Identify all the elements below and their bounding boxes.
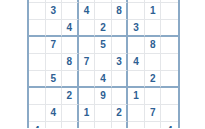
sudoku-cell-r7c1[interactable] xyxy=(29,88,46,105)
sudoku-cell-r7c2[interactable] xyxy=(46,88,63,105)
given-digit: 5 xyxy=(100,40,106,50)
sudoku-cell-r2c2[interactable]: 3 xyxy=(46,3,63,20)
sudoku-cell-r4c2[interactable]: 7 xyxy=(46,37,63,54)
given-digit: 1 xyxy=(133,91,139,101)
sudoku-cell-r6c8[interactable]: 2 xyxy=(145,71,162,88)
sudoku-cell-r5c5[interactable] xyxy=(95,54,112,71)
sudoku-cell-r6c7[interactable] xyxy=(128,71,145,88)
sudoku-cell-r7c7[interactable]: 1 xyxy=(128,88,145,105)
given-digit: 3 xyxy=(51,6,57,16)
sudoku-cell-r3c6[interactable] xyxy=(112,20,129,37)
sudoku-cell-r5c9[interactable] xyxy=(161,54,178,71)
sudoku-cell-r7c8[interactable] xyxy=(145,88,162,105)
sudoku-cell-r8c8[interactable]: 7 xyxy=(145,105,162,122)
sudoku-cell-r2c1[interactable] xyxy=(29,3,46,20)
sudoku-cell-r9c5[interactable] xyxy=(95,122,112,128)
given-digit: 4 xyxy=(51,108,57,118)
sudoku-cell-r5c1[interactable] xyxy=(29,54,46,71)
sudoku-cell-r4c5[interactable]: 5 xyxy=(95,37,112,54)
sudoku-cell-r9c6[interactable] xyxy=(112,122,129,128)
sudoku-cell-r9c2[interactable] xyxy=(46,122,63,128)
given-digit: 2 xyxy=(116,108,122,118)
sudoku-cell-r5c6[interactable]: 3 xyxy=(112,54,129,71)
sudoku-cell-r6c5[interactable]: 4 xyxy=(95,71,112,88)
given-digit: 7 xyxy=(150,108,156,118)
sudoku-cell-r9c9[interactable]: 4 xyxy=(161,122,178,128)
given-digit: 4 xyxy=(67,23,73,33)
sudoku-cell-r5c8[interactable] xyxy=(145,54,162,71)
sudoku-cell-r4c7[interactable] xyxy=(128,37,145,54)
given-digit: 8 xyxy=(67,57,73,67)
sudoku-cell-r4c3[interactable] xyxy=(62,37,79,54)
sudoku-cell-r4c4[interactable] xyxy=(79,37,96,54)
given-digit: 1 xyxy=(84,108,90,118)
sudoku-cell-r9c8[interactable] xyxy=(145,122,162,128)
sudoku-cell-r8c7[interactable] xyxy=(128,105,145,122)
given-digit: 7 xyxy=(84,57,90,67)
sudoku-cell-r3c9[interactable] xyxy=(161,20,178,37)
sudoku-cell-r5c3[interactable]: 8 xyxy=(62,54,79,71)
given-digit: 2 xyxy=(67,91,73,101)
sudoku-cell-r3c8[interactable] xyxy=(145,20,162,37)
sudoku-cell-r9c3[interactable] xyxy=(62,122,79,128)
sudoku-cell-r7c6[interactable] xyxy=(112,88,129,105)
sudoku-cell-r8c1[interactable] xyxy=(29,105,46,122)
sudoku-cell-r8c3[interactable] xyxy=(62,105,79,122)
given-digit: 3 xyxy=(116,57,122,67)
sudoku-cell-r6c9[interactable] xyxy=(161,71,178,88)
sudoku-cell-r6c3[interactable] xyxy=(62,71,79,88)
given-digit: 4 xyxy=(133,57,139,67)
sudoku-cell-r6c2[interactable]: 5 xyxy=(46,71,63,88)
given-digit: 1 xyxy=(150,6,156,16)
sudoku-cell-r2c8[interactable]: 1 xyxy=(145,3,162,20)
sudoku-cell-r4c8[interactable]: 8 xyxy=(145,37,162,54)
sudoku-page: 34814237588734542291412744 xyxy=(0,0,205,128)
given-digit: 7 xyxy=(51,40,57,50)
cropped-digit-top: 4 xyxy=(34,126,40,129)
sudoku-cell-r7c9[interactable] xyxy=(161,88,178,105)
sudoku-cell-r7c3[interactable]: 2 xyxy=(62,88,79,105)
sudoku-cell-r3c1[interactable] xyxy=(29,20,46,37)
sudoku-cell-r9c4[interactable] xyxy=(79,122,96,128)
sudoku-board: 34814237588734542291412744 xyxy=(27,0,180,128)
sudoku-cell-r6c4[interactable] xyxy=(79,71,96,88)
sudoku-cell-r8c6[interactable]: 2 xyxy=(112,105,129,122)
sudoku-cell-r4c9[interactable] xyxy=(161,37,178,54)
sudoku-cell-r5c7[interactable]: 4 xyxy=(128,54,145,71)
sudoku-cell-r3c4[interactable] xyxy=(79,20,96,37)
sudoku-cell-r8c4[interactable]: 1 xyxy=(79,105,96,122)
sudoku-cell-r3c2[interactable] xyxy=(46,20,63,37)
sudoku-cell-r3c3[interactable]: 4 xyxy=(62,20,79,37)
sudoku-cell-r2c7[interactable] xyxy=(128,3,145,20)
given-digit: 8 xyxy=(150,40,156,50)
sudoku-cell-r2c5[interactable] xyxy=(95,3,112,20)
given-digit: 9 xyxy=(100,91,106,101)
sudoku-cell-r7c4[interactable] xyxy=(79,88,96,105)
sudoku-cell-r3c7[interactable]: 3 xyxy=(128,20,145,37)
given-digit: 5 xyxy=(51,74,57,84)
given-digit: 2 xyxy=(150,74,156,84)
sudoku-cell-r8c5[interactable] xyxy=(95,105,112,122)
sudoku-cell-r9c1[interactable]: 4 xyxy=(29,122,46,128)
sudoku-cell-r2c3[interactable] xyxy=(62,3,79,20)
sudoku-cell-r8c9[interactable] xyxy=(161,105,178,122)
sudoku-cell-r3c5[interactable]: 2 xyxy=(95,20,112,37)
cropped-digit-top: 4 xyxy=(167,126,173,129)
sudoku-cell-r7c5[interactable]: 9 xyxy=(95,88,112,105)
sudoku-cell-r5c4[interactable]: 7 xyxy=(79,54,96,71)
sudoku-cell-r6c6[interactable] xyxy=(112,71,129,88)
sudoku-cell-r6c1[interactable] xyxy=(29,71,46,88)
sudoku-cell-r5c2[interactable] xyxy=(46,54,63,71)
sudoku-grid: 34814237588734542291412744 xyxy=(29,0,178,128)
sudoku-cell-r8c2[interactable]: 4 xyxy=(46,105,63,122)
sudoku-cell-r2c9[interactable] xyxy=(161,3,178,20)
sudoku-cell-r4c6[interactable] xyxy=(112,37,129,54)
sudoku-cell-r9c7[interactable] xyxy=(128,122,145,128)
given-digit: 8 xyxy=(116,6,122,16)
sudoku-cell-r4c1[interactable] xyxy=(29,37,46,54)
given-digit: 2 xyxy=(100,23,106,33)
given-digit: 3 xyxy=(133,23,139,33)
given-digit: 4 xyxy=(84,6,90,16)
given-digit: 4 xyxy=(100,74,106,84)
sudoku-cell-r2c6[interactable]: 8 xyxy=(112,3,129,20)
sudoku-cell-r2c4[interactable]: 4 xyxy=(79,3,96,20)
